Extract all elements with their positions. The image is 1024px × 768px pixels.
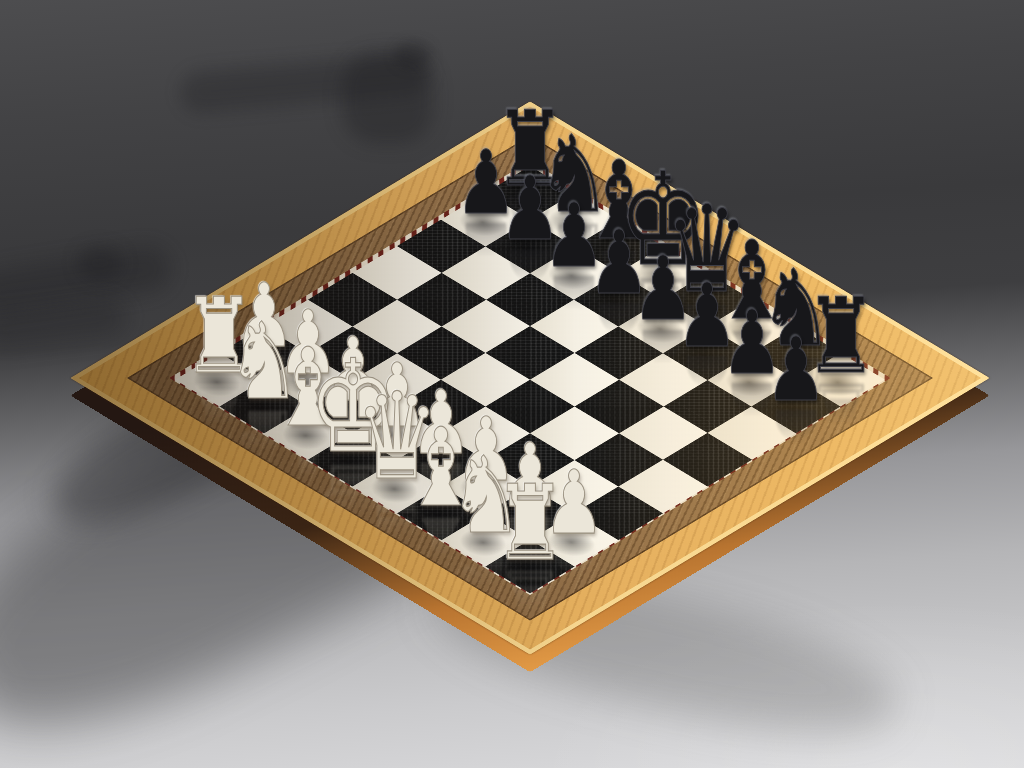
piece-glyph: ♜ xyxy=(494,471,567,575)
cast-shadow-backdrop xyxy=(0,295,130,353)
scene: ♜♜♞♞♟♟♝♝♟♟♚♚♟♟♛♛♟♟♝♝♟♟♞♞♟♟♟♟♜♜♟♟♟♟♜♜♟♟♟♟… xyxy=(0,0,1024,768)
piece-glyph: ♟ xyxy=(765,326,827,414)
cast-shadow-backdrop xyxy=(0,243,174,320)
cast-shadow-backdrop xyxy=(78,246,122,280)
